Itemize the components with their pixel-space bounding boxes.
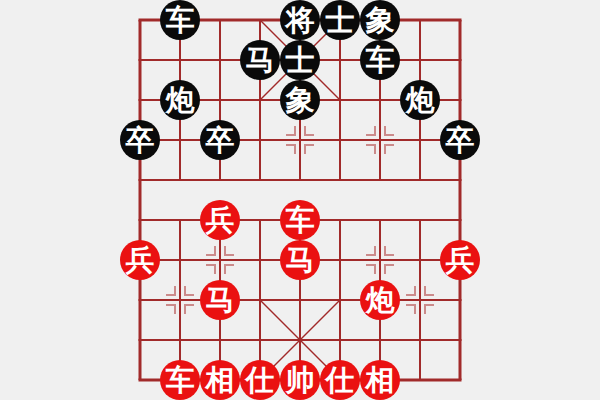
piece-red-chariot[interactable]: 车	[280, 200, 320, 240]
piece-black-soldier[interactable]: 卒	[200, 120, 240, 160]
piece-black-chariot[interactable]: 车	[160, 0, 200, 40]
piece-black-soldier[interactable]: 卒	[440, 120, 480, 160]
piece-black-general[interactable]: 将	[280, 0, 320, 40]
xiangqi-board: 车将士象马士车炮象炮卒卒卒兵车兵马兵马炮车相仕帅仕相	[0, 0, 600, 400]
piece-red-soldier[interactable]: 兵	[440, 240, 480, 280]
piece-red-elephant[interactable]: 相	[200, 360, 240, 400]
piece-black-chariot[interactable]: 车	[360, 40, 400, 80]
piece-black-soldier[interactable]: 卒	[120, 120, 160, 160]
piece-black-cannon[interactable]: 炮	[160, 80, 200, 120]
pieces-layer: 车将士象马士车炮象炮卒卒卒兵车兵马兵马炮车相仕帅仕相	[120, 0, 480, 400]
piece-red-cannon[interactable]: 炮	[360, 280, 400, 320]
piece-red-advisor[interactable]: 仕	[240, 360, 280, 400]
piece-black-cannon[interactable]: 炮	[400, 80, 440, 120]
piece-red-horse[interactable]: 马	[280, 240, 320, 280]
piece-red-advisor[interactable]: 仕	[320, 360, 360, 400]
piece-red-soldier[interactable]: 兵	[120, 240, 160, 280]
piece-black-elephant[interactable]: 象	[280, 80, 320, 120]
piece-red-chariot[interactable]: 车	[160, 360, 200, 400]
piece-red-soldier[interactable]: 兵	[200, 200, 240, 240]
piece-black-advisor[interactable]: 士	[320, 0, 360, 40]
piece-red-horse[interactable]: 马	[200, 280, 240, 320]
piece-black-horse[interactable]: 马	[240, 40, 280, 80]
piece-red-elephant[interactable]: 相	[360, 360, 400, 400]
piece-black-advisor[interactable]: 士	[280, 40, 320, 80]
piece-black-elephant[interactable]: 象	[360, 0, 400, 40]
piece-red-general[interactable]: 帅	[280, 360, 320, 400]
